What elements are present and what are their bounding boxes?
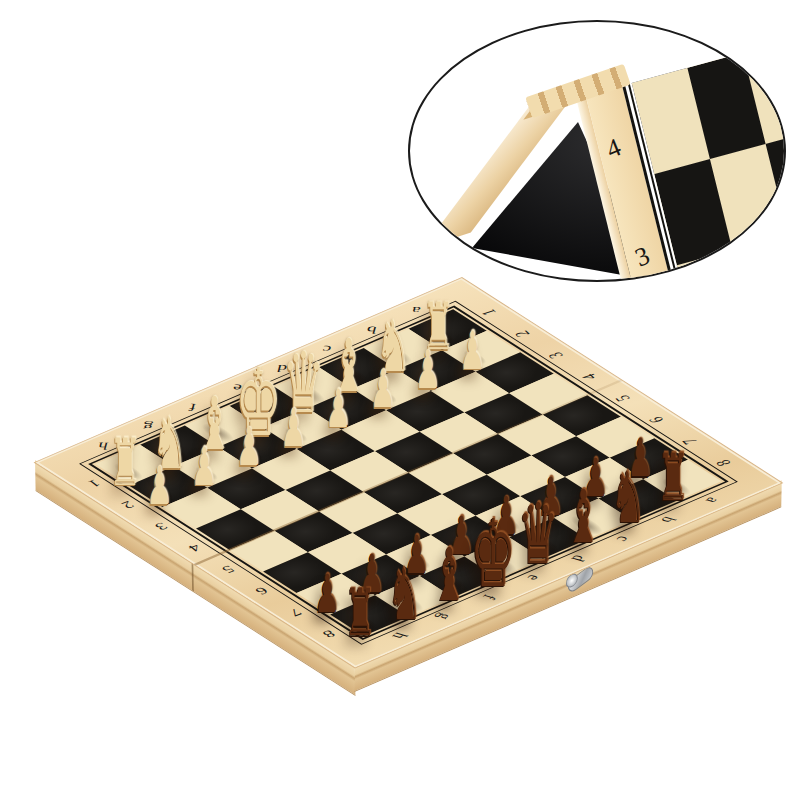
white-pawn-b2: ♟: [415, 343, 441, 396]
product-photo: 4 3 aa11bb22cc33dd44ee55ff66gg77hh88 ♜♞♝…: [0, 0, 800, 800]
black-knight-g8: ♞: [387, 558, 422, 629]
chess-board: aa11bb22cc33dd44ee55ff66gg77hh88 ♜♞♝♛♚♝♞…: [34, 277, 784, 668]
black-pawn-h7: ♟: [314, 566, 340, 619]
black-rook-h8: ♜: [344, 581, 376, 646]
inset-detail-circle: 4 3: [408, 20, 786, 282]
pieces-layer: ♜♞♝♛♚♝♞♜♟♟♟♟♟♟♟♟♟♟♟♟♟♟♟♟♜♞♝♛♚♝♞♜: [35, 278, 781, 668]
black-rook-a8: ♜: [657, 445, 689, 510]
white-pawn-c2: ♟: [370, 362, 396, 415]
white-pawn-g2: ♟: [191, 439, 217, 492]
white-pawn-e2: ♟: [281, 401, 307, 454]
white-pawn-h2: ♟: [147, 459, 173, 512]
white-rook-h1: ♜: [109, 430, 141, 495]
black-bishop-c8: ♝: [566, 479, 602, 552]
black-knight-b8: ♞: [611, 461, 646, 532]
black-queen-d8: ♛: [518, 492, 559, 576]
black-bishop-f8: ♝: [431, 537, 467, 610]
white-pawn-f2: ♟: [236, 420, 262, 473]
black-king-e8: ♚: [470, 506, 516, 599]
white-pawn-a2: ♟: [460, 323, 486, 376]
white-pawn-d2: ♟: [325, 381, 351, 434]
